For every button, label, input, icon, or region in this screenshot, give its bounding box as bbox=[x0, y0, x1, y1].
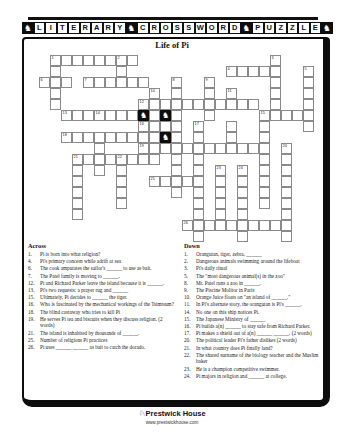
void-cell bbox=[39, 165, 50, 176]
void-cell bbox=[50, 154, 61, 165]
answer-cell-r4c19[interactable] bbox=[248, 99, 259, 110]
answer-cell-r15c22[interactable] bbox=[281, 220, 292, 231]
void-cell bbox=[226, 231, 237, 242]
answer-cell-r4c14[interactable] bbox=[193, 99, 204, 110]
answer-cell-r5c15[interactable] bbox=[204, 110, 215, 121]
void-cell bbox=[182, 209, 193, 220]
answer-cell-r10c7[interactable] bbox=[116, 165, 127, 176]
void-cell bbox=[248, 187, 259, 198]
answer-cell-r5c12[interactable] bbox=[171, 110, 182, 121]
void-cell bbox=[171, 231, 182, 242]
clue-number: 22 bbox=[118, 155, 122, 160]
answer-cell-r5c4[interactable] bbox=[83, 110, 94, 121]
void-cell bbox=[50, 198, 61, 209]
answer-cell-r8c20[interactable] bbox=[259, 143, 270, 154]
answer-cell-r14c14[interactable] bbox=[193, 209, 204, 220]
answer-cell-r9c6[interactable] bbox=[105, 154, 116, 165]
across-clue-list: 1.Pi is born into what religion?4.Pi's p… bbox=[28, 251, 178, 350]
across-clue-item: 18.The blind castaway who tries to kill … bbox=[28, 309, 178, 316]
answer-cell-r8c13[interactable] bbox=[182, 143, 193, 154]
across-clue-num: 26. bbox=[28, 344, 40, 351]
void-cell bbox=[248, 154, 259, 165]
across-clue-item: 6.The cook amputates the sailor's ______… bbox=[28, 265, 178, 272]
answer-cell-r4c15[interactable] bbox=[204, 99, 215, 110]
answer-cell-r2c1[interactable] bbox=[50, 77, 61, 88]
answer-cell-r9c3[interactable]: 21 bbox=[72, 154, 83, 165]
answer-cell-r8c17[interactable] bbox=[226, 143, 237, 154]
answer-cell-r7c2[interactable]: 18 bbox=[61, 132, 72, 143]
answer-cell-r7c6[interactable] bbox=[105, 132, 116, 143]
void-cell bbox=[281, 88, 292, 99]
answer-cell-r2c12[interactable]: 8 bbox=[171, 77, 182, 88]
void-cell bbox=[83, 220, 94, 231]
answer-cell-r14c16[interactable] bbox=[215, 209, 226, 220]
void-cell bbox=[292, 198, 303, 209]
answer-cell-r7c5[interactable] bbox=[94, 132, 105, 143]
answer-cell-r8c19[interactable] bbox=[248, 143, 259, 154]
answer-cell-r3c21[interactable] bbox=[270, 88, 281, 99]
answer-cell-r2c4[interactable]: 7 bbox=[83, 77, 94, 88]
void-cell bbox=[149, 187, 160, 198]
answer-cell-r7c12[interactable] bbox=[171, 132, 182, 143]
void-cell bbox=[292, 220, 303, 231]
answer-cell-r11c18[interactable] bbox=[237, 176, 248, 187]
answer-cell-r11c20[interactable] bbox=[259, 176, 270, 187]
answer-cell-r7c4[interactable] bbox=[83, 132, 94, 143]
answer-cell-r9c8[interactable] bbox=[127, 154, 138, 165]
clue-number: 6 bbox=[41, 78, 43, 83]
clue-number: 12 bbox=[140, 100, 144, 105]
void-cell bbox=[50, 165, 61, 176]
across-clue-item: 21.The island is inhabited by thousands … bbox=[28, 330, 178, 337]
answer-cell-r12c12[interactable] bbox=[171, 187, 182, 198]
void-cell bbox=[138, 187, 149, 198]
knight-block-cell: ♞ bbox=[160, 132, 171, 143]
void-cell bbox=[215, 154, 226, 165]
answer-cell-r5c3[interactable] bbox=[72, 110, 83, 121]
answer-cell-r1c21[interactable] bbox=[270, 66, 281, 77]
answer-cell-r7c9[interactable] bbox=[138, 132, 149, 143]
answer-cell-r16c22[interactable] bbox=[281, 231, 292, 242]
answer-cell-r0c7[interactable]: 2 bbox=[116, 55, 127, 66]
answer-cell-r16c14[interactable] bbox=[193, 231, 204, 242]
void-cell bbox=[204, 66, 215, 77]
void-cell bbox=[149, 55, 160, 66]
answer-cell-r12c7[interactable] bbox=[116, 187, 127, 198]
void-cell bbox=[204, 231, 215, 242]
answer-cell-r5c7[interactable] bbox=[116, 110, 127, 121]
void-cell bbox=[281, 121, 292, 132]
answer-cell-r2c9[interactable] bbox=[138, 77, 149, 88]
knight-logo-icon: ♞ bbox=[162, 133, 169, 143]
down-clue-text: No one on this ship notices Pi. bbox=[196, 309, 326, 316]
void-cell bbox=[292, 165, 303, 176]
answer-cell-r13c7[interactable] bbox=[116, 198, 127, 209]
answer-cell-r13c22[interactable] bbox=[281, 198, 292, 209]
void-cell bbox=[270, 132, 281, 143]
answer-cell-r13c14[interactable] bbox=[193, 198, 204, 209]
across-clue-item: 4.Pi's primary concern while adrift at s… bbox=[28, 258, 178, 265]
answer-cell-r3c24[interactable] bbox=[303, 88, 314, 99]
answer-cell-r13c3[interactable] bbox=[72, 198, 83, 209]
across-clue-text: The island is inhabited by thousands of … bbox=[40, 330, 178, 337]
answer-cell-r2c15[interactable]: 9 bbox=[204, 77, 215, 88]
answer-cell-r5c21[interactable] bbox=[270, 110, 281, 121]
answer-cell-r15c21[interactable] bbox=[270, 220, 281, 231]
void-cell bbox=[50, 231, 61, 242]
answer-cell-r5c2[interactable]: 13 bbox=[61, 110, 72, 121]
void-cell bbox=[182, 231, 193, 242]
void-cell bbox=[116, 143, 127, 154]
answer-cell-r0c3[interactable] bbox=[72, 55, 83, 66]
down-clue-num: 20. bbox=[184, 337, 196, 344]
answer-cell-r8c10[interactable] bbox=[149, 143, 160, 154]
answer-cell-r10c5[interactable] bbox=[94, 165, 105, 176]
void-cell bbox=[138, 209, 149, 220]
answer-cell-r11c16[interactable] bbox=[215, 176, 226, 187]
answer-cell-r5c5[interactable]: 14 bbox=[94, 110, 105, 121]
void-cell bbox=[292, 99, 303, 110]
answer-cell-r11c13[interactable] bbox=[182, 176, 193, 187]
answer-cell-r1c19[interactable] bbox=[248, 66, 259, 77]
answer-cell-r5c10[interactable] bbox=[149, 110, 160, 121]
answer-cell-r6c20[interactable] bbox=[259, 121, 270, 132]
answer-cell-r9c4[interactable] bbox=[83, 154, 94, 165]
answer-cell-r7c3[interactable] bbox=[72, 132, 83, 143]
answer-cell-r3c1[interactable] bbox=[50, 88, 61, 99]
down-clue-item: 20.The political leader Pi's father disl… bbox=[184, 337, 326, 344]
answer-cell-r11c7[interactable] bbox=[116, 176, 127, 187]
publisher-logo: ♘Prestwick House bbox=[0, 409, 344, 418]
answer-cell-r4c18[interactable] bbox=[237, 99, 248, 110]
banner-letter-tile: S bbox=[183, 22, 195, 34]
across-heading: Across bbox=[28, 243, 178, 250]
answer-cell-r2c0[interactable]: 6 bbox=[39, 77, 50, 88]
down-clue-text: The shared surname of the biology teache… bbox=[196, 352, 326, 365]
answer-cell-r10c20[interactable] bbox=[259, 165, 270, 176]
across-clue-item: 19.He serves Pi tea and biscuits when th… bbox=[28, 316, 178, 329]
clue-number: 15 bbox=[261, 111, 265, 116]
answer-cell-r8c15[interactable] bbox=[204, 143, 215, 154]
answer-cell-r9c7[interactable]: 22 bbox=[116, 154, 127, 165]
answer-cell-r9c22[interactable] bbox=[281, 154, 292, 165]
answer-cell-r8c9[interactable]: 19 bbox=[138, 143, 149, 154]
void-cell bbox=[204, 187, 215, 198]
void-cell bbox=[72, 77, 83, 88]
void-cell bbox=[50, 143, 61, 154]
across-clue-item: 26.Pi uses ______ ______ as bait to catc… bbox=[28, 344, 178, 351]
answer-cell-r2c21[interactable] bbox=[270, 77, 281, 88]
answer-cell-r11c12[interactable] bbox=[171, 176, 182, 187]
down-clue-text: Pi makes a shield out of a(n) ______ ___… bbox=[196, 330, 326, 337]
answer-cell-r6c17[interactable] bbox=[226, 121, 237, 132]
answer-cell-r4c21[interactable] bbox=[270, 99, 281, 110]
answer-cell-r4c16[interactable] bbox=[215, 99, 226, 110]
publisher-url[interactable]: www.prestwickhouse.com bbox=[0, 420, 344, 425]
answer-cell-r8c5[interactable] bbox=[94, 143, 105, 154]
answer-cell-r3c10[interactable]: 10 bbox=[149, 88, 160, 99]
void-cell bbox=[105, 99, 116, 110]
answer-cell-r15c14[interactable] bbox=[193, 220, 204, 231]
answer-cell-r10c3[interactable] bbox=[72, 165, 83, 176]
answer-cell-r15c18[interactable] bbox=[237, 220, 248, 231]
void-cell bbox=[248, 231, 259, 242]
answer-cell-r9c10[interactable] bbox=[149, 154, 160, 165]
publisher-name: Prestwick House bbox=[146, 409, 206, 418]
answer-cell-r8c14[interactable] bbox=[193, 143, 204, 154]
void-cell bbox=[204, 154, 215, 165]
answer-cell-r15c20[interactable] bbox=[259, 220, 270, 231]
banner-letter-tile: W bbox=[195, 22, 207, 34]
answer-cell-r14c18[interactable] bbox=[237, 209, 248, 220]
answer-cell-r2c24[interactable] bbox=[303, 77, 314, 88]
void-cell bbox=[226, 176, 237, 187]
down-clue-num: 2. bbox=[184, 258, 196, 265]
answer-cell-r4c13[interactable] bbox=[182, 99, 193, 110]
answer-cell-r0c2[interactable] bbox=[61, 55, 72, 66]
answer-cell-r5c6[interactable] bbox=[105, 110, 116, 121]
answer-cell-r15c19[interactable] bbox=[248, 220, 259, 231]
down-clue-num: 10. bbox=[184, 294, 196, 301]
answer-cell-r4c24[interactable] bbox=[303, 99, 314, 110]
answer-cell-r7c14[interactable] bbox=[193, 132, 204, 143]
answer-cell-r4c12[interactable] bbox=[171, 99, 182, 110]
answer-cell-r4c9[interactable]: 12 bbox=[138, 99, 149, 110]
void-cell bbox=[39, 121, 50, 132]
void-cell bbox=[149, 165, 160, 176]
answer-cell-r10c18[interactable]: 24 bbox=[237, 165, 248, 176]
void-cell bbox=[160, 220, 171, 231]
banner-knight-icon: ♞ bbox=[241, 22, 253, 34]
down-clue-num: 11. bbox=[184, 301, 196, 308]
down-clue-num: 1. bbox=[184, 251, 196, 258]
void-cell bbox=[105, 165, 116, 176]
void-cell bbox=[149, 66, 160, 77]
answer-cell-r12c16[interactable] bbox=[215, 187, 226, 198]
answer-cell-r8c18[interactable] bbox=[237, 143, 248, 154]
clue-number: 18 bbox=[63, 133, 67, 138]
answer-cell-r4c11[interactable] bbox=[160, 99, 171, 110]
void-cell bbox=[61, 176, 72, 187]
answer-cell-r15c15[interactable] bbox=[204, 220, 215, 231]
down-clue-num: 17. bbox=[184, 330, 196, 337]
banner-letter-tile: L bbox=[34, 22, 46, 34]
void-cell bbox=[193, 110, 204, 121]
void-cell bbox=[61, 88, 72, 99]
answer-cell-r7c20[interactable] bbox=[259, 132, 270, 143]
answer-cell-r0c4[interactable] bbox=[83, 55, 94, 66]
answer-cell-r2c2[interactable] bbox=[61, 77, 72, 88]
answer-cell-r1c7[interactable] bbox=[116, 66, 127, 77]
clue-number: 24 bbox=[239, 166, 243, 171]
clue-number: 13 bbox=[63, 111, 67, 116]
void-cell bbox=[182, 154, 193, 165]
void-cell bbox=[50, 220, 61, 231]
void-cell bbox=[61, 99, 72, 110]
answer-cell-r8c11[interactable] bbox=[160, 143, 171, 154]
answer-cell-r1c24[interactable]: 5 bbox=[303, 66, 314, 77]
void-cell bbox=[303, 132, 314, 143]
answer-cell-r0c6[interactable] bbox=[105, 55, 116, 66]
answer-cell-r8c22[interactable]: 20 bbox=[281, 143, 292, 154]
answer-cell-r12c3[interactable] bbox=[72, 187, 83, 198]
answer-cell-r10c22[interactable] bbox=[281, 165, 292, 176]
void-cell bbox=[182, 121, 193, 132]
clue-number: 4 bbox=[228, 67, 230, 72]
answer-cell-r9c14[interactable] bbox=[193, 154, 204, 165]
answer-cell-r5c20[interactable]: 15 bbox=[259, 110, 270, 121]
answer-cell-r12c20[interactable] bbox=[259, 187, 270, 198]
clue-number: 23 bbox=[217, 166, 221, 171]
across-clue-text: Pi uses ______ ______ as bait to catch t… bbox=[40, 344, 178, 351]
answer-cell-r10c12[interactable] bbox=[171, 165, 182, 176]
answer-cell-r2c8[interactable] bbox=[127, 77, 138, 88]
answer-cell-r0c5[interactable] bbox=[94, 55, 105, 66]
void-cell bbox=[237, 88, 248, 99]
answer-cell-r13c16[interactable] bbox=[215, 198, 226, 209]
answer-cell-r9c5[interactable] bbox=[94, 154, 105, 165]
answer-cell-r11c3[interactable] bbox=[72, 176, 83, 187]
void-cell bbox=[204, 176, 215, 187]
answer-cell-r5c24[interactable] bbox=[303, 110, 314, 121]
answer-cell-r8c16[interactable] bbox=[215, 143, 226, 154]
void-cell bbox=[226, 187, 237, 198]
answer-cell-r11c14[interactable] bbox=[193, 176, 204, 187]
void-cell bbox=[61, 121, 72, 132]
answer-cell-r6c14[interactable]: 17 bbox=[193, 121, 204, 132]
answer-cell-r15c17[interactable] bbox=[226, 220, 237, 231]
answer-cell-r7c7[interactable] bbox=[116, 132, 127, 143]
down-clue-text: The Japanese Ministry of ______ bbox=[196, 316, 326, 323]
void-cell bbox=[83, 143, 94, 154]
answer-cell-r1c18[interactable] bbox=[237, 66, 248, 77]
answer-cell-r12c22[interactable] bbox=[281, 187, 292, 198]
answer-cell-r9c9[interactable] bbox=[138, 154, 149, 165]
answer-cell-r6c24[interactable] bbox=[303, 121, 314, 132]
answer-cell-r9c20[interactable] bbox=[259, 154, 270, 165]
answer-cell-r0c1[interactable]: 1 bbox=[50, 55, 61, 66]
down-clue-num: 3. bbox=[184, 265, 196, 272]
answer-cell-r6c9[interactable]: 16 bbox=[138, 121, 149, 132]
answer-cell-r4c10[interactable] bbox=[149, 99, 160, 110]
answer-cell-r14c3[interactable] bbox=[72, 209, 83, 220]
answer-cell-r10c14[interactable] bbox=[193, 165, 204, 176]
banner-letter-tile: E bbox=[68, 22, 80, 34]
answer-cell-r1c1[interactable] bbox=[50, 66, 61, 77]
answer-cell-r15c13[interactable]: 26 bbox=[182, 220, 193, 231]
answer-cell-r0c21[interactable]: 3 bbox=[270, 55, 281, 66]
down-clue-item: 22.The shared surname of the biology tea… bbox=[184, 352, 326, 365]
answer-cell-r14c22[interactable] bbox=[281, 209, 292, 220]
void-cell bbox=[72, 88, 83, 99]
answer-cell-r8c12[interactable] bbox=[171, 143, 182, 154]
void-cell bbox=[270, 231, 281, 242]
clue-number: 11 bbox=[228, 89, 232, 94]
answer-cell-r16c18[interactable] bbox=[237, 231, 248, 242]
void-cell bbox=[160, 209, 171, 220]
answer-cell-r7c10[interactable] bbox=[149, 132, 160, 143]
crossword-grid[interactable]: 1234567891011121314♞♞15161718♞1920212223… bbox=[39, 55, 314, 242]
answer-cell-r12c18[interactable] bbox=[237, 187, 248, 198]
void-cell bbox=[127, 220, 138, 231]
down-clue-item: 3.Pi's daily ritual bbox=[184, 265, 326, 272]
void-cell bbox=[83, 99, 94, 110]
answer-cell-r1c17[interactable]: 4 bbox=[226, 66, 237, 77]
banner-letter-tile: O bbox=[160, 22, 172, 34]
across-clue-text: Pi is born into what religion? bbox=[40, 251, 178, 258]
answer-cell-r12c14[interactable] bbox=[193, 187, 204, 198]
void-cell bbox=[193, 66, 204, 77]
banner-letter-tile: R bbox=[218, 22, 230, 34]
void-cell bbox=[116, 220, 127, 231]
void-cell bbox=[193, 55, 204, 66]
across-clue-num: 13. bbox=[28, 287, 40, 294]
answer-cell-r10c16[interactable]: 23 bbox=[215, 165, 226, 176]
answer-cell-r3c17[interactable]: 11 bbox=[226, 88, 237, 99]
void-cell bbox=[50, 209, 61, 220]
answer-cell-r5c22[interactable] bbox=[281, 110, 292, 121]
answer-cell-r6c10[interactable] bbox=[149, 121, 160, 132]
banner-letter-tile: R bbox=[103, 22, 115, 34]
answer-cell-r0c8[interactable] bbox=[127, 55, 138, 66]
void-cell bbox=[248, 55, 259, 66]
answer-cell-r1c20[interactable] bbox=[259, 66, 270, 77]
answer-cell-r4c1[interactable] bbox=[50, 99, 61, 110]
void-cell bbox=[105, 143, 116, 154]
answer-cell-r7c17[interactable] bbox=[226, 132, 237, 143]
across-clue-item: 15.Ultimately, Pi decides to ______ the … bbox=[28, 294, 178, 301]
across-clue-num: 7. bbox=[28, 273, 40, 280]
answer-cell-r5c8[interactable] bbox=[127, 110, 138, 121]
void-cell bbox=[171, 55, 182, 66]
answer-cell-r11c22[interactable] bbox=[281, 176, 292, 187]
answer-cell-r11c11[interactable] bbox=[160, 176, 171, 187]
answer-cell-r3c12[interactable] bbox=[171, 88, 182, 99]
void-cell bbox=[270, 209, 281, 220]
answer-cell-r9c12[interactable] bbox=[171, 154, 182, 165]
answer-cell-r2c5[interactable] bbox=[94, 77, 105, 88]
void-cell bbox=[182, 187, 193, 198]
void-cell bbox=[138, 198, 149, 209]
void-cell bbox=[94, 187, 105, 198]
answer-cell-r6c11[interactable] bbox=[160, 121, 171, 132]
answer-cell-r2c7[interactable] bbox=[116, 77, 127, 88]
knight-block-cell: ♞ bbox=[138, 110, 149, 121]
void-cell bbox=[215, 55, 226, 66]
answer-cell-r13c18[interactable] bbox=[237, 198, 248, 209]
void-cell bbox=[39, 143, 50, 154]
across-clue-num: 21. bbox=[28, 330, 40, 337]
answer-cell-r15c16[interactable] bbox=[215, 220, 226, 231]
answer-cell-r11c10[interactable]: 25 bbox=[149, 176, 160, 187]
clue-number: 7 bbox=[85, 78, 87, 83]
answer-cell-r2c6[interactable] bbox=[105, 77, 116, 88]
void-cell bbox=[182, 132, 193, 143]
answer-cell-r3c15[interactable] bbox=[204, 88, 215, 99]
void-cell bbox=[303, 165, 314, 176]
void-cell bbox=[182, 165, 193, 176]
down-clue-item: 21.In what country does Pi finally land? bbox=[184, 345, 326, 352]
banner-letter-tile: U bbox=[264, 22, 276, 34]
answer-cell-r5c23[interactable] bbox=[292, 110, 303, 121]
answer-cell-r4c17[interactable] bbox=[226, 99, 237, 110]
void-cell bbox=[127, 99, 138, 110]
down-clue-text: In what country does Pi finally land? bbox=[196, 345, 326, 352]
answer-cell-r6c12[interactable] bbox=[171, 121, 182, 132]
down-clue-text: Dangerous animals swimming around the li… bbox=[196, 258, 326, 265]
answer-cell-r13c20[interactable] bbox=[259, 198, 270, 209]
answer-cell-r7c8[interactable] bbox=[127, 132, 138, 143]
